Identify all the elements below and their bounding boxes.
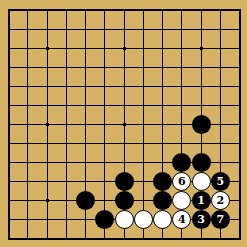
stone-white-move-2[interactable]: 2 <box>211 191 230 210</box>
hoshi-point <box>200 47 203 50</box>
hoshi-point <box>46 123 49 126</box>
go-board[interactable]: 1234567 <box>0 0 247 247</box>
move-number-label: 2 <box>216 195 224 206</box>
stone-black[interactable] <box>115 172 134 191</box>
move-number-label: 4 <box>178 214 186 225</box>
stone-black-move-3[interactable]: 3 <box>192 210 211 229</box>
stone-black-move-1[interactable]: 1 <box>192 191 211 210</box>
stone-black[interactable] <box>115 191 134 210</box>
move-number-label: 3 <box>197 214 205 225</box>
stone-white[interactable] <box>192 172 211 191</box>
hoshi-point <box>46 47 49 50</box>
move-number-label: 6 <box>178 176 186 187</box>
move-number-label: 7 <box>216 214 224 225</box>
stone-white[interactable] <box>115 210 134 229</box>
hoshi-point <box>123 123 126 126</box>
move-number-label: 5 <box>216 176 224 187</box>
stone-black[interactable] <box>192 115 211 134</box>
move-number-label: 1 <box>197 195 205 206</box>
hoshi-point <box>46 199 49 202</box>
grid-line-vertical <box>143 10 144 239</box>
hoshi-point <box>123 47 126 50</box>
stone-black[interactable] <box>192 153 211 172</box>
stone-black-move-5[interactable]: 5 <box>211 172 230 191</box>
grid-line-horizontal <box>9 143 240 144</box>
